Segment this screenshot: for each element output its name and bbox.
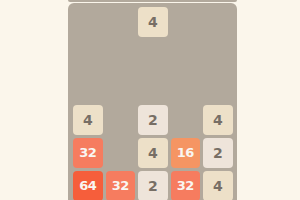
empty-cell	[106, 7, 136, 37]
header-divider	[68, 0, 237, 2]
tile-4: 4	[138, 7, 168, 37]
empty-cell	[171, 105, 201, 135]
empty-cell	[171, 73, 201, 103]
tile-4: 4	[203, 105, 233, 135]
tile-4: 4	[203, 171, 233, 200]
tile-16: 16	[171, 138, 201, 168]
tile-2: 2	[203, 138, 233, 168]
tile-4: 4	[73, 105, 103, 135]
empty-cell	[203, 73, 233, 103]
tile-2: 2	[138, 105, 168, 135]
tile-4: 4	[138, 138, 168, 168]
tile-32: 32	[106, 171, 136, 200]
empty-cell	[106, 73, 136, 103]
empty-cell	[106, 105, 136, 135]
tile-32: 32	[73, 138, 103, 168]
tile-64: 64	[73, 171, 103, 200]
empty-cell	[138, 40, 168, 70]
empty-cell	[203, 40, 233, 70]
tile-32: 32	[171, 171, 201, 200]
empty-cell	[171, 40, 201, 70]
empty-cell	[106, 40, 136, 70]
empty-cell	[73, 40, 103, 70]
game-board[interactable]: 442432416264322324	[68, 3, 237, 200]
empty-cell	[203, 7, 233, 37]
empty-cell	[106, 138, 136, 168]
game-screen: 442432416264322324	[0, 0, 300, 200]
empty-cell	[73, 73, 103, 103]
tile-2: 2	[138, 171, 168, 200]
empty-cell	[171, 7, 201, 37]
empty-cell	[73, 7, 103, 37]
empty-cell	[138, 73, 168, 103]
board-grid: 442432416264322324	[68, 3, 237, 200]
